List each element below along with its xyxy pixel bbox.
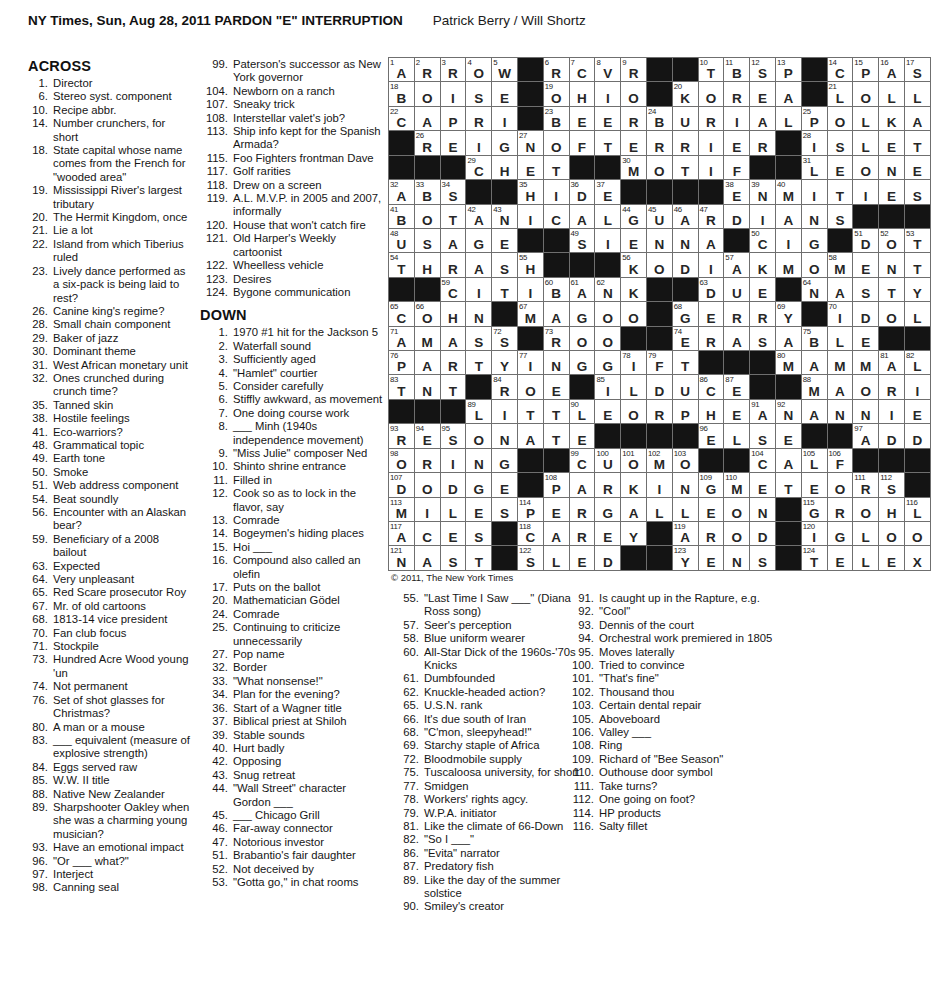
cell-r17c11[interactable]: 102M: [647, 449, 673, 473]
cell-r9c12[interactable]: D: [673, 253, 699, 277]
cell-r11c18[interactable]: 70I: [828, 302, 854, 326]
cell-r11c15[interactable]: R: [750, 302, 776, 326]
cell-r3c19[interactable]: L: [853, 107, 879, 131]
cell-r20c2[interactable]: C: [415, 522, 441, 546]
cell-r11c20[interactable]: O: [879, 302, 905, 326]
cell-r21c8[interactable]: E: [570, 546, 596, 570]
cell-r12c13[interactable]: R: [699, 327, 725, 351]
cell-r10c21[interactable]: Y: [905, 278, 931, 302]
cell-r19c12[interactable]: L: [673, 498, 699, 522]
cell-r8c4[interactable]: G: [466, 229, 492, 253]
cell-r13c1[interactable]: 76P: [389, 351, 415, 375]
cell-r3c21[interactable]: A: [905, 107, 931, 131]
cell-r20c20[interactable]: O: [879, 522, 905, 546]
cell-r4c14[interactable]: E: [724, 131, 750, 155]
cell-r18c4[interactable]: G: [466, 473, 492, 497]
cell-r6c16[interactable]: 40M: [776, 180, 802, 204]
cell-r19c19[interactable]: O: [853, 498, 879, 522]
cell-r7c4[interactable]: 42A: [466, 205, 492, 229]
cell-r13c8[interactable]: G: [570, 351, 596, 375]
cell-r5c18[interactable]: E: [828, 156, 854, 180]
cell-r9c4[interactable]: A: [466, 253, 492, 277]
cell-r10c15[interactable]: E: [750, 278, 776, 302]
cell-r8c20[interactable]: 52O: [879, 229, 905, 253]
cell-r6c21[interactable]: S: [905, 180, 931, 204]
cell-r1c7[interactable]: 6R: [544, 58, 570, 82]
cell-r4c15[interactable]: R: [750, 131, 776, 155]
cell-r17c1[interactable]: 98O: [389, 449, 415, 473]
cell-r11c8[interactable]: G: [570, 302, 596, 326]
cell-r7c1[interactable]: 41B: [389, 205, 415, 229]
cell-r17c8[interactable]: 99C: [570, 449, 596, 473]
cell-r21c21[interactable]: X: [905, 546, 931, 570]
cell-r15c20[interactable]: I: [879, 400, 905, 424]
cell-r21c6[interactable]: 122S: [518, 546, 544, 570]
cell-r8c11[interactable]: N: [647, 229, 673, 253]
cell-r11c14[interactable]: R: [724, 302, 750, 326]
cell-r8c10[interactable]: E: [621, 229, 647, 253]
cell-r12c5[interactable]: 72S: [492, 327, 518, 351]
cell-r8c16[interactable]: I: [776, 229, 802, 253]
cell-r5c11[interactable]: O: [647, 156, 673, 180]
cell-r20c6[interactable]: 118C: [518, 522, 544, 546]
cell-r14c19[interactable]: O: [853, 375, 879, 399]
cell-r1c2[interactable]: 2R: [415, 58, 441, 82]
cell-r21c17[interactable]: 124T: [802, 546, 828, 570]
cell-r3c13[interactable]: R: [699, 107, 725, 131]
cell-r7c11[interactable]: 45U: [647, 205, 673, 229]
cell-r7c3[interactable]: T: [441, 205, 467, 229]
cell-r2c10[interactable]: O: [621, 82, 647, 106]
cell-r5c20[interactable]: N: [879, 156, 905, 180]
cell-r16c4[interactable]: O: [466, 424, 492, 448]
cell-r11c2[interactable]: 66O: [415, 302, 441, 326]
cell-r18c18[interactable]: O: [828, 473, 854, 497]
cell-r7c15[interactable]: I: [750, 205, 776, 229]
cell-r2c21[interactable]: L: [905, 82, 931, 106]
cell-r13c2[interactable]: A: [415, 351, 441, 375]
cell-r21c3[interactable]: S: [441, 546, 467, 570]
cell-r3c15[interactable]: A: [750, 107, 776, 131]
cell-r19c6[interactable]: 114P: [518, 498, 544, 522]
cell-r10c14[interactable]: U: [724, 278, 750, 302]
cell-r19c10[interactable]: A: [621, 498, 647, 522]
cell-r7c7[interactable]: C: [544, 205, 570, 229]
cell-r8c12[interactable]: N: [673, 229, 699, 253]
cell-r4c17[interactable]: 28I: [802, 131, 828, 155]
cell-r8c1[interactable]: 48U: [389, 229, 415, 253]
cell-r11c10[interactable]: O: [621, 302, 647, 326]
cell-r21c13[interactable]: E: [699, 546, 725, 570]
cell-r19c14[interactable]: O: [724, 498, 750, 522]
cell-r17c4[interactable]: N: [466, 449, 492, 473]
cell-r19c17[interactable]: 115G: [802, 498, 828, 522]
cell-r20c4[interactable]: S: [466, 522, 492, 546]
cell-r1c20[interactable]: 16A: [879, 58, 905, 82]
cell-r20c7[interactable]: A: [544, 522, 570, 546]
cell-r10c20[interactable]: T: [879, 278, 905, 302]
cell-r10c3[interactable]: 59C: [441, 278, 467, 302]
cell-r8c19[interactable]: 51D: [853, 229, 879, 253]
cell-r4c18[interactable]: S: [828, 131, 854, 155]
cell-r21c20[interactable]: E: [879, 546, 905, 570]
cell-r13c18[interactable]: M: [828, 351, 854, 375]
cell-r4c21[interactable]: T: [905, 131, 931, 155]
cell-r9c2[interactable]: H: [415, 253, 441, 277]
cell-r21c18[interactable]: E: [828, 546, 854, 570]
cell-r12c12[interactable]: 74E: [673, 327, 699, 351]
cell-r2c7[interactable]: 19O: [544, 82, 570, 106]
cell-r7c9[interactable]: L: [595, 205, 621, 229]
cell-r16c3[interactable]: 95S: [441, 424, 467, 448]
cell-r18c2[interactable]: O: [415, 473, 441, 497]
cell-r14c2[interactable]: N: [415, 375, 441, 399]
cell-r4c6[interactable]: 27N: [518, 131, 544, 155]
cell-r20c1[interactable]: 117A: [389, 522, 415, 546]
cell-r12c19[interactable]: E: [853, 327, 879, 351]
cell-r9c16[interactable]: M: [776, 253, 802, 277]
cell-r5c21[interactable]: E: [905, 156, 931, 180]
cell-r2c14[interactable]: R: [724, 82, 750, 106]
cell-r10c8[interactable]: 61A: [570, 278, 596, 302]
cell-r14c3[interactable]: T: [441, 375, 467, 399]
cell-r2c16[interactable]: A: [776, 82, 802, 106]
cell-r12c3[interactable]: A: [441, 327, 467, 351]
cell-r10c5[interactable]: T: [492, 278, 518, 302]
cell-r14c18[interactable]: A: [828, 375, 854, 399]
cell-r16c14[interactable]: L: [724, 424, 750, 448]
cell-r13c6[interactable]: 77I: [518, 351, 544, 375]
cell-r5c12[interactable]: T: [673, 156, 699, 180]
cell-r18c15[interactable]: E: [750, 473, 776, 497]
cell-r15c16[interactable]: 92N: [776, 400, 802, 424]
cell-r14c17[interactable]: 88M: [802, 375, 828, 399]
cell-r15c14[interactable]: E: [724, 400, 750, 424]
cell-r4c19[interactable]: L: [853, 131, 879, 155]
cell-r13c19[interactable]: M: [853, 351, 879, 375]
cell-r16c7[interactable]: T: [544, 424, 570, 448]
cell-r21c14[interactable]: N: [724, 546, 750, 570]
cell-r3c20[interactable]: K: [879, 107, 905, 131]
cell-r2c12[interactable]: 20K: [673, 82, 699, 106]
cell-r4c4[interactable]: I: [466, 131, 492, 155]
cell-r14c13[interactable]: 86C: [699, 375, 725, 399]
cell-r17c17[interactable]: 105L: [802, 449, 828, 473]
cell-r6c2[interactable]: 33B: [415, 180, 441, 204]
cell-r19c3[interactable]: L: [441, 498, 467, 522]
cell-r15c13[interactable]: H: [699, 400, 725, 424]
cell-r12c16[interactable]: A: [776, 327, 802, 351]
cell-r6c18[interactable]: T: [828, 180, 854, 204]
cell-r5c13[interactable]: I: [699, 156, 725, 180]
cell-r11c4[interactable]: N: [466, 302, 492, 326]
cell-r6c3[interactable]: 34S: [441, 180, 467, 204]
cell-r8c17[interactable]: G: [802, 229, 828, 253]
cell-r5c14[interactable]: F: [724, 156, 750, 180]
cell-r20c10[interactable]: Y: [621, 522, 647, 546]
cell-r6c14[interactable]: 38E: [724, 180, 750, 204]
cell-r15c11[interactable]: R: [647, 400, 673, 424]
cell-r13c11[interactable]: 79F: [647, 351, 673, 375]
cell-r19c11[interactable]: L: [647, 498, 673, 522]
cell-r17c12[interactable]: 103O: [673, 449, 699, 473]
cell-r20c17[interactable]: 120I: [802, 522, 828, 546]
cell-r7c17[interactable]: N: [802, 205, 828, 229]
cell-r11c16[interactable]: 69Y: [776, 302, 802, 326]
cell-r6c6[interactable]: 35H: [518, 180, 544, 204]
cell-r5c5[interactable]: H: [492, 156, 518, 180]
cell-r13c20[interactable]: 81A: [879, 351, 905, 375]
cell-r12c18[interactable]: L: [828, 327, 854, 351]
cell-r18c7[interactable]: 108P: [544, 473, 570, 497]
cell-r11c1[interactable]: 65C: [389, 302, 415, 326]
cell-r14c1[interactable]: 83T: [389, 375, 415, 399]
cell-r6c1[interactable]: 32A: [389, 180, 415, 204]
cell-r20c21[interactable]: O: [905, 522, 931, 546]
cell-r13c21[interactable]: 82L: [905, 351, 931, 375]
cell-r6c19[interactable]: I: [853, 180, 879, 204]
cell-r2c1[interactable]: 18B: [389, 82, 415, 106]
cell-r2c8[interactable]: H: [570, 82, 596, 106]
cell-r17c9[interactable]: 100U: [595, 449, 621, 473]
cell-r4c9[interactable]: T: [595, 131, 621, 155]
cell-r2c18[interactable]: 21L: [828, 82, 854, 106]
cell-r1c10[interactable]: 9R: [621, 58, 647, 82]
cell-r2c13[interactable]: O: [699, 82, 725, 106]
cell-r16c16[interactable]: E: [776, 424, 802, 448]
cell-r15c19[interactable]: N: [853, 400, 879, 424]
cell-r19c21[interactable]: 116L: [905, 498, 931, 522]
cell-r11c7[interactable]: A: [544, 302, 570, 326]
cell-r6c9[interactable]: 37E: [595, 180, 621, 204]
cell-r21c2[interactable]: A: [415, 546, 441, 570]
cell-r17c2[interactable]: R: [415, 449, 441, 473]
cell-r19c7[interactable]: E: [544, 498, 570, 522]
cell-r18c12[interactable]: N: [673, 473, 699, 497]
cell-r12c1[interactable]: 71A: [389, 327, 415, 351]
cell-r3c8[interactable]: E: [570, 107, 596, 131]
cell-r21c1[interactable]: 121N: [389, 546, 415, 570]
cell-r7c18[interactable]: S: [828, 205, 854, 229]
cell-r11c12[interactable]: 68G: [673, 302, 699, 326]
cell-r13c3[interactable]: R: [441, 351, 467, 375]
cell-r4c5[interactable]: G: [492, 131, 518, 155]
cell-r15c8[interactable]: 90L: [570, 400, 596, 424]
cell-r9c21[interactable]: T: [905, 253, 931, 277]
cell-r9c13[interactable]: I: [699, 253, 725, 277]
cell-r4c20[interactable]: E: [879, 131, 905, 155]
cell-r3c1[interactable]: 22C: [389, 107, 415, 131]
cell-r9c3[interactable]: R: [441, 253, 467, 277]
cell-r9c10[interactable]: 56K: [621, 253, 647, 277]
cell-r15c12[interactable]: P: [673, 400, 699, 424]
cell-r1c16[interactable]: 13P: [776, 58, 802, 82]
cell-r2c5[interactable]: E: [492, 82, 518, 106]
cell-r15c9[interactable]: E: [595, 400, 621, 424]
cell-r20c12[interactable]: 119A: [673, 522, 699, 546]
cell-r17c16[interactable]: A: [776, 449, 802, 473]
cell-r3c14[interactable]: I: [724, 107, 750, 131]
cell-r8c2[interactable]: S: [415, 229, 441, 253]
cell-r20c19[interactable]: L: [853, 522, 879, 546]
cell-r9c18[interactable]: 58M: [828, 253, 854, 277]
cell-r4c8[interactable]: F: [570, 131, 596, 155]
cell-r13c7[interactable]: N: [544, 351, 570, 375]
cell-r1c9[interactable]: 8V: [595, 58, 621, 82]
cell-r3c9[interactable]: E: [595, 107, 621, 131]
cell-r18c10[interactable]: K: [621, 473, 647, 497]
cell-r9c20[interactable]: N: [879, 253, 905, 277]
cell-r5c17[interactable]: 31L: [802, 156, 828, 180]
cell-r18c17[interactable]: E: [802, 473, 828, 497]
cell-r2c19[interactable]: O: [853, 82, 879, 106]
cell-r1c3[interactable]: 3R: [441, 58, 467, 82]
cell-r3c17[interactable]: 25P: [802, 107, 828, 131]
cell-r13c10[interactable]: 78I: [621, 351, 647, 375]
cell-r11c19[interactable]: D: [853, 302, 879, 326]
cell-r2c4[interactable]: S: [466, 82, 492, 106]
cell-r16c21[interactable]: D: [905, 424, 931, 448]
cell-r13c5[interactable]: Y: [492, 351, 518, 375]
cell-r20c3[interactable]: E: [441, 522, 467, 546]
cell-r10c9[interactable]: 62N: [595, 278, 621, 302]
cell-r9c14[interactable]: 57A: [724, 253, 750, 277]
cell-r19c2[interactable]: I: [415, 498, 441, 522]
cell-r19c9[interactable]: G: [595, 498, 621, 522]
cell-r21c9[interactable]: D: [595, 546, 621, 570]
cell-r18c8[interactable]: A: [570, 473, 596, 497]
cell-r21c7[interactable]: L: [544, 546, 570, 570]
cell-r3c10[interactable]: R: [621, 107, 647, 131]
cell-r6c7[interactable]: I: [544, 180, 570, 204]
cell-r8c9[interactable]: I: [595, 229, 621, 253]
cell-r3c2[interactable]: A: [415, 107, 441, 131]
cell-r1c1[interactable]: 1A: [389, 58, 415, 82]
cell-r12c17[interactable]: 75B: [802, 327, 828, 351]
cell-r3c7[interactable]: 23B: [544, 107, 570, 131]
cell-r12c9[interactable]: O: [595, 327, 621, 351]
cell-r3c3[interactable]: P: [441, 107, 467, 131]
cell-r21c12[interactable]: 123Y: [673, 546, 699, 570]
cell-r7c2[interactable]: O: [415, 205, 441, 229]
cell-r18c11[interactable]: I: [647, 473, 673, 497]
cell-r9c17[interactable]: O: [802, 253, 828, 277]
cell-r19c1[interactable]: 113M: [389, 498, 415, 522]
cell-r12c7[interactable]: 73R: [544, 327, 570, 351]
cell-r11c9[interactable]: O: [595, 302, 621, 326]
cell-r8c21[interactable]: 53T: [905, 229, 931, 253]
cell-r10c6[interactable]: I: [518, 278, 544, 302]
cell-r10c10[interactable]: K: [621, 278, 647, 302]
cell-r16c2[interactable]: 94E: [415, 424, 441, 448]
cell-r16c15[interactable]: S: [750, 424, 776, 448]
cell-r19c13[interactable]: E: [699, 498, 725, 522]
cell-r19c18[interactable]: R: [828, 498, 854, 522]
cell-r10c13[interactable]: 63D: [699, 278, 725, 302]
cell-r8c3[interactable]: A: [441, 229, 467, 253]
cell-r15c15[interactable]: 91A: [750, 400, 776, 424]
cell-r19c5[interactable]: S: [492, 498, 518, 522]
cell-r7c16[interactable]: A: [776, 205, 802, 229]
cell-r5c7[interactable]: T: [544, 156, 570, 180]
cell-r17c15[interactable]: 104C: [750, 449, 776, 473]
cell-r21c15[interactable]: S: [750, 546, 776, 570]
cell-r4c2[interactable]: 26R: [415, 131, 441, 155]
cell-r13c16[interactable]: 80M: [776, 351, 802, 375]
cell-r5c10[interactable]: 30M: [621, 156, 647, 180]
cell-r18c13[interactable]: 109G: [699, 473, 725, 497]
cell-r20c18[interactable]: G: [828, 522, 854, 546]
cell-r9c5[interactable]: S: [492, 253, 518, 277]
cell-r4c13[interactable]: I: [699, 131, 725, 155]
cell-r1c21[interactable]: 17S: [905, 58, 931, 82]
cell-r16c20[interactable]: D: [879, 424, 905, 448]
cell-r18c14[interactable]: 110M: [724, 473, 750, 497]
cell-r18c16[interactable]: T: [776, 473, 802, 497]
cell-r15c7[interactable]: T: [544, 400, 570, 424]
cell-r19c4[interactable]: E: [466, 498, 492, 522]
cell-r16c19[interactable]: 97A: [853, 424, 879, 448]
cell-r14c9[interactable]: 85I: [595, 375, 621, 399]
cell-r5c19[interactable]: O: [853, 156, 879, 180]
cell-r14c20[interactable]: R: [879, 375, 905, 399]
cell-r3c16[interactable]: L: [776, 107, 802, 131]
cell-r14c10[interactable]: L: [621, 375, 647, 399]
cell-r19c15[interactable]: N: [750, 498, 776, 522]
cell-r21c19[interactable]: L: [853, 546, 879, 570]
cell-r14c11[interactable]: D: [647, 375, 673, 399]
cell-r3c4[interactable]: R: [466, 107, 492, 131]
cell-r16c8[interactable]: E: [570, 424, 596, 448]
cell-r5c4[interactable]: 29C: [466, 156, 492, 180]
cell-r1c8[interactable]: 7C: [570, 58, 596, 82]
cell-r4c3[interactable]: E: [441, 131, 467, 155]
cell-r12c4[interactable]: S: [466, 327, 492, 351]
cell-r1c18[interactable]: 14C: [828, 58, 854, 82]
cell-r15c4[interactable]: 89L: [466, 400, 492, 424]
cell-r7c12[interactable]: 46A: [673, 205, 699, 229]
cell-r7c6[interactable]: I: [518, 205, 544, 229]
cell-r20c8[interactable]: R: [570, 522, 596, 546]
cell-r12c15[interactable]: S: [750, 327, 776, 351]
cell-r14c7[interactable]: E: [544, 375, 570, 399]
cell-r10c18[interactable]: A: [828, 278, 854, 302]
cell-r3c18[interactable]: O: [828, 107, 854, 131]
cell-r11c6[interactable]: 67M: [518, 302, 544, 326]
cell-r10c19[interactable]: S: [853, 278, 879, 302]
cell-r6c15[interactable]: 39N: [750, 180, 776, 204]
cell-r10c7[interactable]: 60B: [544, 278, 570, 302]
cell-r15c10[interactable]: O: [621, 400, 647, 424]
cell-r18c5[interactable]: E: [492, 473, 518, 497]
cell-r7c8[interactable]: A: [570, 205, 596, 229]
cell-r19c20[interactable]: H: [879, 498, 905, 522]
cell-r17c5[interactable]: G: [492, 449, 518, 473]
cell-r9c1[interactable]: 54T: [389, 253, 415, 277]
cell-r9c15[interactable]: K: [750, 253, 776, 277]
cell-r4c11[interactable]: R: [647, 131, 673, 155]
cell-r20c15[interactable]: D: [750, 522, 776, 546]
cell-r2c20[interactable]: L: [879, 82, 905, 106]
cell-r7c10[interactable]: 44G: [621, 205, 647, 229]
cell-r6c20[interactable]: E: [879, 180, 905, 204]
cell-r17c10[interactable]: 101O: [621, 449, 647, 473]
cell-r4c12[interactable]: R: [673, 131, 699, 155]
cell-r15c17[interactable]: A: [802, 400, 828, 424]
cell-r15c21[interactable]: E: [905, 400, 931, 424]
cell-r7c13[interactable]: 47R: [699, 205, 725, 229]
cell-r12c2[interactable]: M: [415, 327, 441, 351]
